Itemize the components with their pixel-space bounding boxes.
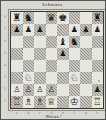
white-pawn: ♙ — [36, 84, 43, 96]
square-b2: ♙ — [23, 84, 35, 96]
square-b7: ♟ — [23, 24, 35, 36]
square-f4 — [69, 60, 81, 72]
square-a3 — [11, 72, 23, 84]
square-d8: ♛ — [46, 12, 58, 24]
black-pawn: ♟ — [94, 84, 101, 96]
black-pawn: ♟ — [94, 24, 101, 36]
square-e5: ♟ — [57, 48, 69, 60]
square-a8: ♜ — [11, 12, 23, 24]
square-b4 — [23, 60, 35, 72]
square-a4 — [11, 60, 23, 72]
square-b8: ♞ — [23, 12, 35, 24]
black-queen: ♛ — [47, 12, 56, 24]
black-knight: ♞ — [24, 12, 33, 24]
white-bishop: ♗ — [24, 96, 33, 108]
white-pawn: ♙ — [13, 84, 20, 96]
rank-labels: 87654321 — [3, 11, 7, 107]
black-side-label: Schwarz. — [1, 3, 105, 7]
square-c8 — [34, 12, 46, 24]
black-pawn: ♟ — [13, 24, 20, 36]
square-f7: ♟ — [69, 24, 81, 36]
square-f5 — [69, 48, 81, 60]
square-c1: ♗ — [34, 96, 46, 108]
square-c5 — [34, 48, 46, 60]
white-bishop: ♗ — [35, 96, 44, 108]
chess-board: ♜♞♛♚♜♟♟♟♟♟♟♝♞♟♘♘♙♙♙♙♟♖♗♗♕♔♖ — [10, 11, 104, 109]
square-e6: ♝ — [57, 36, 69, 48]
white-pawn: ♙ — [48, 84, 55, 96]
rank-label-2: 2 — [3, 83, 7, 95]
black-bishop: ♝ — [58, 36, 67, 48]
square-d4 — [46, 60, 58, 72]
square-c4 — [34, 60, 46, 72]
white-knight: ♘ — [24, 72, 33, 84]
white-rook: ♖ — [93, 96, 102, 108]
rank-label-1: 1 — [3, 95, 7, 107]
square-g7: ♟ — [80, 24, 92, 36]
square-a5 — [11, 48, 23, 60]
square-h5 — [92, 48, 104, 60]
black-king: ♚ — [58, 12, 67, 24]
square-b5 — [23, 48, 35, 60]
rank-label-3: 3 — [3, 71, 7, 83]
white-pawn: ♙ — [25, 84, 32, 96]
black-pawn: ♟ — [71, 24, 78, 36]
black-pawn: ♟ — [82, 24, 89, 36]
scanned-diagram-page: Schwarz. 87654321 ♜♞♛♚♜♟♟♟♟♟♟♝♞♟♘♘♙♙♙♙♟♖… — [0, 0, 106, 120]
square-f1: ♔ — [69, 96, 81, 108]
rank-label-6: 6 — [3, 35, 7, 47]
rank-label-5: 5 — [3, 47, 7, 59]
square-e1 — [57, 96, 69, 108]
square-g5 — [80, 48, 92, 60]
white-king: ♔ — [70, 96, 79, 108]
black-pawn: ♟ — [59, 48, 66, 60]
square-h6 — [92, 36, 104, 48]
square-d6 — [46, 36, 58, 48]
rank-label-8: 8 — [3, 11, 7, 23]
square-c6 — [34, 36, 46, 48]
square-e4 — [57, 60, 69, 72]
black-knight: ♞ — [70, 36, 79, 48]
square-a7: ♟ — [11, 24, 23, 36]
square-c7: ♟ — [34, 24, 46, 36]
black-rook: ♜ — [12, 12, 21, 24]
square-g1 — [80, 96, 92, 108]
square-d2: ♙ — [46, 84, 58, 96]
rank-label-7: 7 — [3, 23, 7, 35]
square-d7 — [46, 24, 58, 36]
square-g4 — [80, 60, 92, 72]
black-rook: ♜ — [93, 12, 102, 24]
square-e8: ♚ — [57, 12, 69, 24]
square-f3: ♘ — [69, 72, 81, 84]
square-f8 — [69, 12, 81, 24]
black-pawn: ♟ — [36, 24, 43, 36]
square-d5 — [46, 48, 58, 60]
square-h4 — [92, 60, 104, 72]
square-h2: ♟ — [92, 84, 104, 96]
square-f2 — [69, 84, 81, 96]
square-d1: ♕ — [46, 96, 58, 108]
square-d3 — [46, 72, 58, 84]
square-b6 — [23, 36, 35, 48]
square-b1: ♗ — [23, 96, 35, 108]
square-b3: ♘ — [23, 72, 35, 84]
square-e2 — [57, 84, 69, 96]
square-c2: ♙ — [34, 84, 46, 96]
square-g6 — [80, 36, 92, 48]
board-frame: ♜♞♛♚♜♟♟♟♟♟♟♝♞♟♘♘♙♙♙♙♟♖♗♗♕♔♖ — [8, 9, 106, 111]
square-a6 — [11, 36, 23, 48]
square-h7: ♟ — [92, 24, 104, 36]
white-queen: ♕ — [47, 96, 56, 108]
square-a2: ♙ — [11, 84, 23, 96]
square-g8 — [80, 12, 92, 24]
square-c3 — [34, 72, 46, 84]
rank-label-4: 4 — [3, 59, 7, 71]
square-g3 — [80, 72, 92, 84]
square-e3 — [57, 72, 69, 84]
square-a1: ♖ — [11, 96, 23, 108]
square-h1: ♖ — [92, 96, 104, 108]
square-h8: ♜ — [92, 12, 104, 24]
white-side-label: Weiss. — [1, 115, 105, 119]
square-h3 — [92, 72, 104, 84]
square-e7 — [57, 24, 69, 36]
black-pawn: ♟ — [25, 24, 32, 36]
white-knight: ♘ — [70, 72, 79, 84]
white-rook: ♖ — [12, 96, 21, 108]
square-f6: ♞ — [69, 36, 81, 48]
square-g2 — [80, 84, 92, 96]
